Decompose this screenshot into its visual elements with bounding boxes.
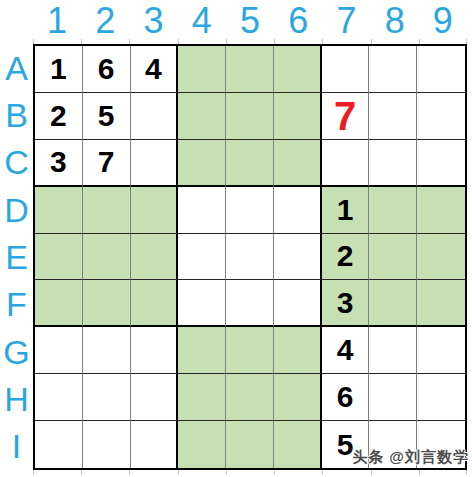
cell-F5[interactable]: [226, 280, 274, 327]
cell-A5[interactable]: [226, 46, 274, 93]
gridline-stub: [466, 470, 467, 475]
cell-B8[interactable]: [369, 93, 417, 140]
cell-G6[interactable]: [274, 327, 322, 374]
cell-H7[interactable]: 6: [322, 374, 370, 421]
cell-B2[interactable]: 5: [83, 93, 131, 140]
row-label-A: A: [0, 44, 33, 91]
cell-H6[interactable]: [274, 374, 322, 421]
column-label-6: 6: [274, 0, 322, 42]
cell-E5[interactable]: [226, 234, 274, 281]
cell-F2[interactable]: [83, 280, 131, 327]
gridline-stub: [226, 470, 227, 475]
cell-F8[interactable]: [369, 280, 417, 327]
cell-C4[interactable]: [178, 140, 226, 187]
cell-G9[interactable]: [417, 327, 465, 374]
column-labels: 123456789: [33, 0, 467, 42]
gridline-stub: [274, 470, 275, 475]
cell-A6[interactable]: [274, 46, 322, 93]
cell-D7[interactable]: 1: [322, 187, 370, 234]
cell-C3[interactable]: [131, 140, 179, 187]
cell-D4[interactable]: [178, 187, 226, 234]
cell-G7[interactable]: 4: [322, 327, 370, 374]
cell-I1[interactable]: [35, 421, 83, 468]
cell-H1[interactable]: [35, 374, 83, 421]
cell-D3[interactable]: [131, 187, 179, 234]
gridline-stub: [33, 470, 34, 475]
cell-I5[interactable]: [226, 421, 274, 468]
column-label-7: 7: [322, 0, 370, 42]
cell-C7[interactable]: [322, 140, 370, 187]
row-label-F: F: [0, 281, 33, 328]
cell-A3[interactable]: 4: [131, 46, 179, 93]
cell-A7[interactable]: [322, 46, 370, 93]
cell-I4[interactable]: [178, 421, 226, 468]
cell-G1[interactable]: [35, 327, 83, 374]
cell-E9[interactable]: [417, 234, 465, 281]
row-label-B: B: [0, 91, 33, 138]
cell-G4[interactable]: [178, 327, 226, 374]
cell-D8[interactable]: [369, 187, 417, 234]
column-label-9: 9: [419, 0, 467, 42]
cell-H2[interactable]: [83, 374, 131, 421]
column-label-2: 2: [81, 0, 129, 42]
cell-C8[interactable]: [369, 140, 417, 187]
cell-B3[interactable]: [131, 93, 179, 140]
cell-H8[interactable]: [369, 374, 417, 421]
cell-C1[interactable]: 3: [35, 140, 83, 187]
gridline-stubs-bottom: [33, 470, 467, 475]
row-labels: ABCDEFGHI: [0, 44, 33, 470]
cell-A1[interactable]: 1: [35, 46, 83, 93]
cell-F3[interactable]: [131, 280, 179, 327]
cell-E7[interactable]: 2: [322, 234, 370, 281]
cell-A9[interactable]: [417, 46, 465, 93]
cell-H9[interactable]: [417, 374, 465, 421]
cell-F7[interactable]: 3: [322, 280, 370, 327]
cell-I2[interactable]: [83, 421, 131, 468]
cell-D9[interactable]: [417, 187, 465, 234]
cell-F6[interactable]: [274, 280, 322, 327]
row-label-C: C: [0, 139, 33, 186]
cell-A8[interactable]: [369, 46, 417, 93]
gridline-stub: [129, 470, 130, 475]
column-label-4: 4: [178, 0, 226, 42]
cell-E2[interactable]: [83, 234, 131, 281]
cell-E8[interactable]: [369, 234, 417, 281]
cell-H5[interactable]: [226, 374, 274, 421]
cell-G8[interactable]: [369, 327, 417, 374]
row-label-G: G: [0, 328, 33, 375]
watermark: 头条 @刘言数学: [352, 448, 469, 467]
gridline-stub: [419, 470, 420, 475]
row-label-I: I: [0, 423, 33, 470]
cell-F4[interactable]: [178, 280, 226, 327]
row-label-E: E: [0, 233, 33, 280]
cell-B4[interactable]: [178, 93, 226, 140]
row-label-D: D: [0, 186, 33, 233]
cell-B7[interactable]: 7: [322, 93, 370, 140]
cell-F1[interactable]: [35, 280, 83, 327]
cell-G5[interactable]: [226, 327, 274, 374]
cell-B5[interactable]: [226, 93, 274, 140]
cell-I3[interactable]: [131, 421, 179, 468]
gridline-stub: [178, 470, 179, 475]
cell-D5[interactable]: [226, 187, 274, 234]
cell-B9[interactable]: [417, 93, 465, 140]
cell-F9[interactable]: [417, 280, 465, 327]
cell-D1[interactable]: [35, 187, 83, 234]
gridline-stub: [322, 470, 323, 475]
cell-E1[interactable]: [35, 234, 83, 281]
cell-E6[interactable]: [274, 234, 322, 281]
gridline-stub: [371, 470, 372, 475]
sudoku-board: 16425737123465: [33, 44, 467, 470]
cell-A4[interactable]: [178, 46, 226, 93]
cell-C5[interactable]: [226, 140, 274, 187]
cell-H3[interactable]: [131, 374, 179, 421]
cell-A2[interactable]: 6: [83, 46, 131, 93]
cell-G3[interactable]: [131, 327, 179, 374]
column-label-8: 8: [371, 0, 419, 42]
cell-G2[interactable]: [83, 327, 131, 374]
cell-B1[interactable]: 2: [35, 93, 83, 140]
row-label-H: H: [0, 375, 33, 422]
cell-D2[interactable]: [83, 187, 131, 234]
cell-E4[interactable]: [178, 234, 226, 281]
cell-C6[interactable]: [274, 140, 322, 187]
cell-H4[interactable]: [178, 374, 226, 421]
column-label-3: 3: [129, 0, 177, 42]
cell-C2[interactable]: 7: [83, 140, 131, 187]
cell-B6[interactable]: [274, 93, 322, 140]
gridline-stub: [81, 470, 82, 475]
column-label-1: 1: [33, 0, 81, 42]
column-label-5: 5: [226, 0, 274, 42]
cell-E3[interactable]: [131, 234, 179, 281]
cell-D6[interactable]: [274, 187, 322, 234]
cell-C9[interactable]: [417, 140, 465, 187]
cell-I6[interactable]: [274, 421, 322, 468]
